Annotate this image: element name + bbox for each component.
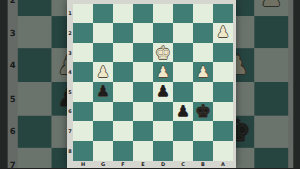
square-c5 — [173, 82, 193, 102]
square-a6 — [213, 102, 233, 122]
square-b4: ♟ — [193, 62, 213, 82]
square-b6: ♚ — [193, 102, 213, 122]
square-b8 — [193, 141, 213, 161]
square-g5: ♟ — [93, 82, 113, 102]
square-h8 — [73, 141, 93, 161]
square-d8 — [153, 141, 173, 161]
square-c4 — [173, 62, 193, 82]
square-d2 — [153, 23, 173, 43]
square-a5 — [213, 82, 233, 102]
square-h4 — [73, 62, 93, 82]
square-f4 — [113, 62, 133, 82]
square-e1 — [133, 4, 153, 24]
board-squares: ♟♚♟♟♟♟♟♟♚ — [73, 4, 233, 161]
square-c6: ♟ — [173, 102, 193, 122]
square-a2: ♟ — [213, 23, 233, 43]
white-pawn: ♟ — [96, 65, 109, 80]
chess-board: 12345678♟♚♟♟♟♟♟♟♚HGFEDCBA — [67, 0, 236, 168]
black-pawn: ♟ — [176, 104, 189, 119]
square-c2 — [173, 23, 193, 43]
video-frame: 12345678♟♚♟♟♟♟♟♟♚HGFEDCBA 12345678♟♚♟♟♟♟… — [0, 0, 300, 168]
white-king: ♚ — [155, 44, 171, 62]
square-e3 — [133, 43, 153, 63]
square-g1 — [93, 4, 113, 24]
square-b7 — [193, 121, 213, 141]
black-pawn: ♟ — [156, 84, 169, 99]
square-a3 — [213, 43, 233, 63]
square-c8 — [173, 141, 193, 161]
square-c1 — [173, 4, 193, 24]
square-a7 — [213, 121, 233, 141]
file-label: G — [93, 161, 113, 169]
square-h3 — [73, 43, 93, 63]
square-f1 — [113, 4, 133, 24]
square-d6 — [153, 102, 173, 122]
square-f5 — [113, 82, 133, 102]
square-e4 — [133, 62, 153, 82]
file-label: H — [73, 161, 93, 169]
square-g2 — [93, 23, 113, 43]
file-label: B — [193, 161, 213, 169]
square-b3 — [193, 43, 213, 63]
file-label: E — [133, 161, 153, 169]
file-label: F — [113, 161, 133, 169]
square-d4: ♟ — [153, 62, 173, 82]
square-d5: ♟ — [153, 82, 173, 102]
square-f2 — [113, 23, 133, 43]
file-label: D — [153, 161, 173, 169]
square-c3 — [173, 43, 193, 63]
square-b5 — [193, 82, 213, 102]
file-label: A — [213, 161, 233, 169]
square-f3 — [113, 43, 133, 63]
square-a8 — [213, 141, 233, 161]
square-b2 — [193, 23, 213, 43]
square-d1 — [153, 4, 173, 24]
square-d3: ♚ — [153, 43, 173, 63]
white-pawn: ♟ — [156, 65, 169, 80]
square-g6 — [93, 102, 113, 122]
white-pawn: ♟ — [216, 25, 229, 40]
black-king: ♚ — [195, 102, 211, 120]
square-a1 — [213, 4, 233, 24]
square-f8 — [113, 141, 133, 161]
square-g7 — [93, 121, 113, 141]
square-b1 — [193, 4, 213, 24]
square-h5 — [73, 82, 93, 102]
square-h6 — [73, 102, 93, 122]
square-h7 — [73, 121, 93, 141]
square-a4 — [213, 62, 233, 82]
square-e7 — [133, 121, 153, 141]
square-g3 — [93, 43, 113, 63]
square-c7 — [173, 121, 193, 141]
file-labels: HGFEDCBA — [73, 161, 233, 169]
square-e8 — [133, 141, 153, 161]
square-g8 — [93, 141, 113, 161]
square-f6 — [113, 102, 133, 122]
square-h2 — [73, 23, 93, 43]
square-h1 — [73, 4, 93, 24]
black-pawn: ♟ — [96, 84, 109, 99]
square-d7 — [153, 121, 173, 141]
square-e5 — [133, 82, 153, 102]
file-label: C — [173, 161, 193, 169]
white-pawn: ♟ — [196, 65, 209, 80]
square-e2 — [133, 23, 153, 43]
square-g4: ♟ — [93, 62, 113, 82]
square-f7 — [113, 121, 133, 141]
square-e6 — [133, 102, 153, 122]
